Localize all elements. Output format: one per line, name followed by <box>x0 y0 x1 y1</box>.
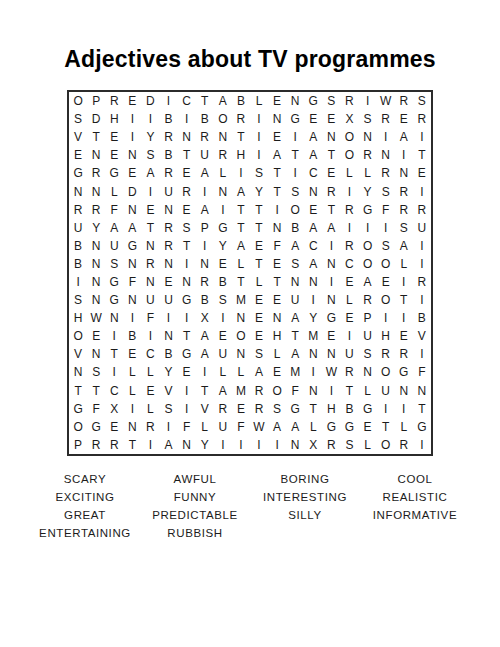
grid-cell: F <box>232 418 250 436</box>
grid-cell: L <box>395 255 413 273</box>
grid-cell: N <box>87 146 105 164</box>
grid-cell: E <box>178 363 196 381</box>
grid-cell: N <box>178 273 196 291</box>
grid-cell: N <box>304 182 322 200</box>
word-search-grid-frame: OPREDICTABLENGSRIWRSSDHIIBIBORINGEEXSRER… <box>67 90 433 456</box>
grid-cell: F <box>413 363 431 381</box>
grid-cell: E <box>359 418 377 436</box>
grid-cell: N <box>413 382 431 400</box>
grid-cell: I <box>141 110 159 128</box>
grid-cell: R <box>159 128 177 146</box>
grid-cell: U <box>141 291 159 309</box>
grid-cell: S <box>359 345 377 363</box>
grid-cell: E <box>123 164 141 182</box>
grid-cell: T <box>178 146 196 164</box>
grid-cell: T <box>196 92 214 110</box>
grid-cell: R <box>159 237 177 255</box>
grid-cell: I <box>395 146 413 164</box>
grid-cell: I <box>196 237 214 255</box>
grid-cell: I <box>214 309 232 327</box>
grid-cell: N <box>196 255 214 273</box>
grid-cell: T <box>123 436 141 454</box>
grid-cell: V <box>159 382 177 400</box>
grid-cell: S <box>377 237 395 255</box>
grid-cell: I <box>413 182 431 200</box>
grid-cell: I <box>159 309 177 327</box>
grid-cell: A <box>105 219 123 237</box>
grid-cell: S <box>250 164 268 182</box>
grid-cell: T <box>87 382 105 400</box>
grid-cell: T <box>377 418 395 436</box>
grid-cell: V <box>196 400 214 418</box>
grid-cell: B <box>159 146 177 164</box>
grid-cell: R <box>395 201 413 219</box>
grid-cell: Y <box>141 128 159 146</box>
worksheet-page: Adjectives about TV programmes OPREDICTA… <box>0 0 500 647</box>
grid-cell: F <box>377 201 395 219</box>
grid-cell: S <box>286 182 304 200</box>
grid-cell: G <box>123 237 141 255</box>
grid-cell: U <box>214 418 232 436</box>
grid-cell: G <box>105 164 123 182</box>
grid-cell: V <box>69 345 87 363</box>
grid-cell: P <box>87 92 105 110</box>
grid-cell: F <box>123 273 141 291</box>
grid-cell: I <box>196 182 214 200</box>
grid-cell: B <box>340 400 358 418</box>
grid-cell: T <box>250 255 268 273</box>
grid-cell: I <box>268 201 286 219</box>
grid-cell: R <box>178 182 196 200</box>
grid-cell: N <box>123 418 141 436</box>
grid-cell: N <box>286 273 304 291</box>
grid-cell: R <box>395 436 413 454</box>
grid-cell: N <box>232 345 250 363</box>
word-awful: AWFUL <box>140 470 250 488</box>
grid-cell: O <box>377 255 395 273</box>
grid-cell: R <box>340 237 358 255</box>
word-list-column-2: AWFULFUNNYPREDICTABLERUBBISH <box>140 470 250 542</box>
grid-cell: N <box>123 201 141 219</box>
grid-cell: W <box>377 92 395 110</box>
grid-cell: T <box>232 273 250 291</box>
grid-cell: A <box>286 237 304 255</box>
grid-cell: G <box>178 345 196 363</box>
grid-cell: R <box>214 400 232 418</box>
grid-cell: T <box>304 400 322 418</box>
grid-cell: T <box>232 201 250 219</box>
grid-cell: Y <box>304 309 322 327</box>
grid-cell: I <box>250 128 268 146</box>
grid-cell: U <box>196 146 214 164</box>
grid-cell: I <box>340 182 358 200</box>
grid-cell: G <box>304 92 322 110</box>
grid-cell: N <box>395 164 413 182</box>
grid-cell: H <box>105 110 123 128</box>
grid-cell: N <box>87 182 105 200</box>
word-cool: COOL <box>360 470 470 488</box>
grid-cell: G <box>359 400 377 418</box>
word-funny: FUNNY <box>140 488 250 506</box>
grid-cell: N <box>304 382 322 400</box>
grid-cell: E <box>105 418 123 436</box>
grid-cell: N <box>141 273 159 291</box>
grid-cell: I <box>214 201 232 219</box>
grid-cell: A <box>196 327 214 345</box>
grid-cell: E <box>250 291 268 309</box>
grid-cell: O <box>232 327 250 345</box>
grid-cell: O <box>69 92 87 110</box>
grid-cell: B <box>69 237 87 255</box>
grid-cell: I <box>304 291 322 309</box>
grid-cell: C <box>304 164 322 182</box>
grid-cell: U <box>413 219 431 237</box>
grid-cell: R <box>340 201 358 219</box>
grid-cell: F <box>268 237 286 255</box>
grid-cell: I <box>286 128 304 146</box>
grid-cell: L <box>214 164 232 182</box>
grid-cell: R <box>413 273 431 291</box>
grid-cell: W <box>250 418 268 436</box>
grid-cell: E <box>377 273 395 291</box>
word-list-column-1: SCARYEXCITINGGREATENTERTAINING <box>30 470 140 542</box>
word-informative: INFORMATIVE <box>360 506 470 524</box>
grid-cell: O <box>268 382 286 400</box>
grid-cell: O <box>377 363 395 381</box>
grid-cell: B <box>413 309 431 327</box>
grid-cell: G <box>69 164 87 182</box>
grid-cell: E <box>268 128 286 146</box>
grid-cell: T <box>268 182 286 200</box>
grid-cell: N <box>304 345 322 363</box>
grid-cell: A <box>232 237 250 255</box>
grid-cell: N <box>87 345 105 363</box>
grid-cell: O <box>69 327 87 345</box>
grid-cell: I <box>413 291 431 309</box>
grid-cell: E <box>178 164 196 182</box>
grid-cell: S <box>395 219 413 237</box>
grid-cell: E <box>232 400 250 418</box>
grid-cell: N <box>232 309 250 327</box>
grid-cell: E <box>268 92 286 110</box>
grid-cell: A <box>214 92 232 110</box>
grid-cell: R <box>69 201 87 219</box>
grid-cell: U <box>69 219 87 237</box>
grid-cell: I <box>377 309 395 327</box>
grid-cell: B <box>286 219 304 237</box>
grid-cell: S <box>69 291 87 309</box>
grid-cell: A <box>214 382 232 400</box>
word-rubbish: RUBBISH <box>140 524 250 542</box>
grid-cell: L <box>340 164 358 182</box>
grid-cell: B <box>69 255 87 273</box>
grid-cell: A <box>250 363 268 381</box>
grid-cell: E <box>413 164 431 182</box>
grid-cell: G <box>105 273 123 291</box>
grid-cell: R <box>141 255 159 273</box>
grid-cell: V <box>413 327 431 345</box>
grid-cell: R <box>105 436 123 454</box>
grid-cell: P <box>196 219 214 237</box>
grid-cell: I <box>304 363 322 381</box>
grid-cell: G <box>214 219 232 237</box>
grid-cell: E <box>395 110 413 128</box>
grid-cell: B <box>196 291 214 309</box>
grid-cell: I <box>377 219 395 237</box>
grid-cell: E <box>250 327 268 345</box>
grid-cell: E <box>250 309 268 327</box>
grid-cell: B <box>196 110 214 128</box>
grid-cell: E <box>268 291 286 309</box>
grid-cell: F <box>178 418 196 436</box>
word-list: SCARYEXCITINGGREATENTERTAINING AWFULFUNN… <box>30 470 470 542</box>
grid-cell: R <box>87 164 105 182</box>
grid-cell: W <box>322 363 340 381</box>
grid-cell: L <box>232 255 250 273</box>
grid-cell: R <box>196 273 214 291</box>
grid-cell: I <box>178 255 196 273</box>
grid-cell: L <box>141 363 159 381</box>
grid-cell: E <box>159 273 177 291</box>
grid-cell: O <box>214 110 232 128</box>
grid-cell: I <box>377 128 395 146</box>
grid-cell: G <box>395 363 413 381</box>
word-boring: BORING <box>250 470 360 488</box>
grid-cell: L <box>123 382 141 400</box>
grid-cell: G <box>87 418 105 436</box>
grid-cell: U <box>159 182 177 200</box>
grid-cell: E <box>250 237 268 255</box>
grid-cell: G <box>286 400 304 418</box>
grid-cell: E <box>395 327 413 345</box>
grid-cell: T <box>395 291 413 309</box>
grid-cell: N <box>69 182 87 200</box>
grid-cell: X <box>196 309 214 327</box>
grid-cell: E <box>322 164 340 182</box>
grid-cell: S <box>322 92 340 110</box>
grid-cell: S <box>413 92 431 110</box>
grid-cell: E <box>87 327 105 345</box>
grid-cell: N <box>322 345 340 363</box>
grid-cell: R <box>196 128 214 146</box>
grid-cell: E <box>214 255 232 273</box>
grid-cell: S <box>87 363 105 381</box>
grid-cell: A <box>304 255 322 273</box>
grid-cell: A <box>304 146 322 164</box>
grid-cell: I <box>413 345 431 363</box>
grid-cell: I <box>250 110 268 128</box>
grid-cell: M <box>304 327 322 345</box>
grid-cell: G <box>322 418 340 436</box>
grid-cell: I <box>123 110 141 128</box>
grid-cell: H <box>268 327 286 345</box>
grid-cell: S <box>286 255 304 273</box>
grid-cell: T <box>322 146 340 164</box>
grid-cell: L <box>359 436 377 454</box>
grid-cell: N <box>268 219 286 237</box>
grid-cell: T <box>268 273 286 291</box>
grid-cell: N <box>286 436 304 454</box>
grid-cell: A <box>196 201 214 219</box>
grid-cell: G <box>69 400 87 418</box>
grid-cell: N <box>359 363 377 381</box>
grid-cell: R <box>340 92 358 110</box>
grid-cell: T <box>322 201 340 219</box>
grid-cell: N <box>268 110 286 128</box>
word-scary: SCARY <box>30 470 140 488</box>
grid-cell: A <box>141 164 159 182</box>
grid-cell: U <box>214 345 232 363</box>
grid-cell: A <box>123 219 141 237</box>
grid-cell: V <box>69 128 87 146</box>
grid-cell: L <box>141 400 159 418</box>
grid-cell: N <box>123 255 141 273</box>
grid-cell: I <box>268 436 286 454</box>
grid-cell: L <box>123 363 141 381</box>
grid-cell: E <box>123 345 141 363</box>
grid-cell: N <box>159 201 177 219</box>
grid-cell: S <box>69 110 87 128</box>
grid-cell: A <box>304 128 322 146</box>
grid-cell: E <box>105 128 123 146</box>
grid-cell: N <box>159 327 177 345</box>
grid-cell: N <box>159 255 177 273</box>
grid-cell: I <box>413 255 431 273</box>
grid-cell: I <box>178 400 196 418</box>
grid-cell: O <box>340 128 358 146</box>
grid-cell: I <box>359 219 377 237</box>
grid-cell: Y <box>250 182 268 200</box>
grid-cell: C <box>141 345 159 363</box>
grid-cell: T <box>178 237 196 255</box>
grid-cell: E <box>322 327 340 345</box>
word-great: GREAT <box>30 506 140 524</box>
grid-cell: N <box>286 92 304 110</box>
grid-cell: I <box>286 164 304 182</box>
grid-cell: R <box>395 182 413 200</box>
grid-cell: P <box>359 309 377 327</box>
grid-cell: I <box>250 146 268 164</box>
grid-cell: R <box>395 92 413 110</box>
grid-cell: N <box>359 128 377 146</box>
grid-cell: R <box>413 201 431 219</box>
grid-cell: W <box>87 309 105 327</box>
grid-cell: S <box>340 436 358 454</box>
grid-cell: O <box>377 291 395 309</box>
grid-cell: T <box>87 128 105 146</box>
grid-cell: I <box>123 128 141 146</box>
grid-cell: R <box>87 201 105 219</box>
grid-cell: F <box>87 400 105 418</box>
grid-cell: U <box>359 327 377 345</box>
grid-cell: T <box>268 164 286 182</box>
grid-cell: S <box>141 146 159 164</box>
grid-cell: O <box>340 146 358 164</box>
grid-cell: I <box>413 436 431 454</box>
grid-cell: T <box>250 219 268 237</box>
grid-cell: R <box>377 164 395 182</box>
grid-cell: E <box>304 110 322 128</box>
grid-cell: R <box>322 182 340 200</box>
grid-cell: R <box>395 345 413 363</box>
grid-cell: N <box>87 291 105 309</box>
grid-cell: I <box>214 436 232 454</box>
grid-cell: A <box>196 164 214 182</box>
grid-cell: E <box>141 201 159 219</box>
grid-cell: P <box>69 436 87 454</box>
grid-cell: I <box>359 92 377 110</box>
grid-cell: E <box>304 201 322 219</box>
grid-cell: R <box>377 110 395 128</box>
grid-cell: I <box>413 237 431 255</box>
grid-cell: I <box>141 436 159 454</box>
grid-cell: T <box>413 146 431 164</box>
grid-cell: H <box>377 327 395 345</box>
grid-cell: H <box>69 309 87 327</box>
grid-cell: I <box>105 363 123 381</box>
grid-cell: L <box>359 164 377 182</box>
grid-cell: A <box>268 146 286 164</box>
grid-cell: G <box>178 291 196 309</box>
grid-cell: I <box>322 237 340 255</box>
grid-cell: R <box>141 418 159 436</box>
puzzle-title: Adjectives about TV programmes <box>0 0 500 73</box>
grid-cell: I <box>340 327 358 345</box>
grid-cell: M <box>232 291 250 309</box>
grid-cell: U <box>105 237 123 255</box>
grid-cell: N <box>322 291 340 309</box>
grid-cell: N <box>87 237 105 255</box>
grid-cell: L <box>304 418 322 436</box>
grid-cell: O <box>286 201 304 219</box>
grid-cell: Y <box>159 363 177 381</box>
grid-cell: I <box>232 164 250 182</box>
grid-cell: U <box>377 382 395 400</box>
grid-cell: S <box>268 400 286 418</box>
grid-cell: R <box>87 436 105 454</box>
grid-cell: N <box>105 309 123 327</box>
grid-cell: E <box>268 255 286 273</box>
grid-cell: F <box>105 201 123 219</box>
grid-cell: S <box>250 345 268 363</box>
word-exciting: EXCITING <box>30 488 140 506</box>
grid-cell: I <box>395 400 413 418</box>
grid-cell: C <box>105 382 123 400</box>
grid-cell: E <box>268 363 286 381</box>
grid-cell: R <box>377 345 395 363</box>
grid-cell: B <box>159 110 177 128</box>
grid-cell: I <box>250 436 268 454</box>
grid-cell: R <box>105 92 123 110</box>
grid-cell: A <box>395 128 413 146</box>
grid-cell: A <box>395 237 413 255</box>
grid-cell: R <box>159 164 177 182</box>
grid-cell: T <box>69 382 87 400</box>
grid-cell: N <box>304 273 322 291</box>
grid-cell: G <box>105 291 123 309</box>
grid-cell: B <box>232 92 250 110</box>
grid-cell: O <box>69 418 87 436</box>
grid-cell: X <box>105 400 123 418</box>
grid-cell: N <box>178 128 196 146</box>
grid-cell: Y <box>196 436 214 454</box>
grid-cell: L <box>250 273 268 291</box>
grid-cell: G <box>340 418 358 436</box>
grid-cell: I <box>413 128 431 146</box>
grid-cell: B <box>123 327 141 345</box>
grid-cell: Y <box>359 182 377 200</box>
grid-cell: S <box>359 110 377 128</box>
